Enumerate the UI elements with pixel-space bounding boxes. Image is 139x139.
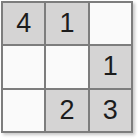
cell-r3c1[interactable] xyxy=(3,90,44,131)
cell-r3c2: 2 xyxy=(46,90,87,131)
cell-r1c3[interactable] xyxy=(90,3,131,44)
cell-r3c3: 3 xyxy=(90,90,131,131)
puzzle-board: 4 1 1 2 3 xyxy=(1,1,133,133)
cell-r1c2: 1 xyxy=(46,3,87,44)
cell-r2c2[interactable] xyxy=(46,46,87,87)
cell-r2c3: 1 xyxy=(90,46,131,87)
cell-r1c1: 4 xyxy=(3,3,44,44)
cell-r2c1[interactable] xyxy=(3,46,44,87)
